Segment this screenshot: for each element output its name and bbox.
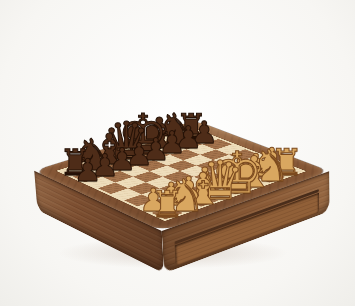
product-photo-stage: ♜♞♝♛♚♝♞♜♟♟♟♟♟♟♟♟♟♟♟♟♟♟♟♟♜♞♝♛♚♝♞♜	[0, 0, 355, 306]
square-a4[interactable]	[111, 188, 142, 200]
piece-white-rook-a1[interactable]: ♜	[151, 186, 184, 223]
square-a5[interactable]	[98, 182, 129, 194]
piece-black-pawn-a7[interactable]: ♟	[74, 155, 102, 186]
